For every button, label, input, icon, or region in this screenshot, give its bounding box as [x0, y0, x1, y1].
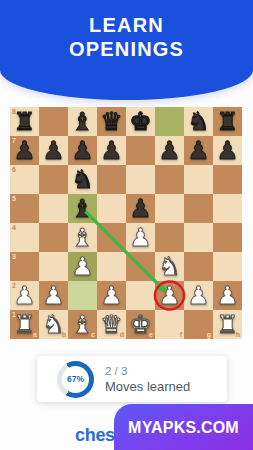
square-b2[interactable]: ♟	[39, 281, 68, 310]
square-a4[interactable]: 4	[10, 223, 39, 252]
square-c3[interactable]: ♟	[68, 252, 97, 281]
square-f4[interactable]	[155, 223, 184, 252]
piece-black-rook: ♜	[10, 107, 39, 136]
piece-black-pawn: ♟	[155, 136, 184, 165]
square-c6[interactable]: ♞	[68, 165, 97, 194]
square-h1[interactable]: h♜	[213, 310, 242, 339]
piece-black-queen: ♛	[97, 107, 126, 136]
piece-white-knight: ♞	[39, 310, 68, 339]
square-g1[interactable]: g	[184, 310, 213, 339]
piece-black-pawn: ♟	[39, 136, 68, 165]
square-d6[interactable]	[97, 165, 126, 194]
app-screenshot: LEARN OPENINGS 8♜♝♛♚♞♜7♟♟♟♟♟♟♟6♞5♝♟4♝♟3♟…	[0, 0, 253, 450]
square-g5[interactable]	[184, 194, 213, 223]
square-d4[interactable]	[97, 223, 126, 252]
piece-white-pawn: ♟	[10, 281, 39, 310]
piece-black-pawn: ♟	[126, 194, 155, 223]
piece-black-pawn: ♟	[68, 136, 97, 165]
square-h6[interactable]	[213, 165, 242, 194]
square-c4[interactable]: ♝	[68, 223, 97, 252]
square-h4[interactable]	[213, 223, 242, 252]
rank-label-7: 7	[12, 137, 16, 144]
square-h7[interactable]: ♟	[213, 136, 242, 165]
square-a8[interactable]: 8♜	[10, 107, 39, 136]
piece-white-rook: ♜	[213, 310, 242, 339]
square-h8[interactable]: ♜	[213, 107, 242, 136]
piece-white-pawn: ♟	[97, 281, 126, 310]
square-g2[interactable]: ♟	[184, 281, 213, 310]
learn-openings-banner: LEARN OPENINGS	[0, 0, 253, 100]
square-g3[interactable]	[184, 252, 213, 281]
progress-ring: 67%	[57, 361, 94, 398]
piece-black-pawn: ♟	[97, 136, 126, 165]
piece-black-king: ♚	[126, 107, 155, 136]
square-d7[interactable]: ♟	[97, 136, 126, 165]
watermark-badge: MYAPKS.COM	[114, 404, 253, 450]
square-f8[interactable]	[155, 107, 184, 136]
square-c8[interactable]: ♝	[68, 107, 97, 136]
square-e1[interactable]: e♚	[126, 310, 155, 339]
piece-black-pawn: ♟	[213, 136, 242, 165]
file-label-g: g	[207, 331, 211, 338]
square-c5[interactable]: ♝	[68, 194, 97, 223]
file-label-f: f	[180, 331, 182, 338]
piece-black-pawn: ♟	[184, 136, 213, 165]
square-f6[interactable]	[155, 165, 184, 194]
rank-label-8: 8	[12, 108, 16, 115]
square-h3[interactable]	[213, 252, 242, 281]
square-d2[interactable]: ♟	[97, 281, 126, 310]
square-h5[interactable]	[213, 194, 242, 223]
watermark-text: MYAPKS.COM	[128, 417, 239, 437]
piece-black-rook: ♜	[213, 107, 242, 136]
moves-fraction: 2 / 3	[105, 365, 190, 377]
rank-label-6: 6	[12, 166, 16, 173]
piece-white-pawn: ♟	[213, 281, 242, 310]
square-e7[interactable]	[126, 136, 155, 165]
rank-label-3: 3	[12, 253, 16, 260]
rank-label-2: 2	[12, 282, 16, 289]
square-f2[interactable]: ♟	[155, 281, 184, 310]
square-b4[interactable]	[39, 223, 68, 252]
piece-white-knight: ♞	[155, 252, 184, 281]
square-b7[interactable]: ♟	[39, 136, 68, 165]
file-label-e: e	[149, 331, 153, 338]
square-f5[interactable]	[155, 194, 184, 223]
square-b6[interactable]	[39, 165, 68, 194]
square-f7[interactable]: ♟	[155, 136, 184, 165]
banner-title-line1: LEARN	[0, 13, 253, 37]
square-b1[interactable]: b♞	[39, 310, 68, 339]
square-g6[interactable]	[184, 165, 213, 194]
piece-white-rook: ♜	[10, 310, 39, 339]
banner-title-line2: OPENINGS	[0, 37, 253, 61]
piece-white-king: ♚	[126, 310, 155, 339]
square-d1[interactable]: d♛	[97, 310, 126, 339]
square-a7[interactable]: 7♟	[10, 136, 39, 165]
square-f3[interactable]: ♞	[155, 252, 184, 281]
square-c1[interactable]: c♝	[68, 310, 97, 339]
piece-white-pawn: ♟	[126, 223, 155, 252]
file-label-h: h	[236, 331, 240, 338]
square-c7[interactable]: ♟	[68, 136, 97, 165]
square-e2[interactable]	[126, 281, 155, 310]
piece-white-pawn: ♟	[184, 281, 213, 310]
square-g8[interactable]: ♞	[184, 107, 213, 136]
square-d3[interactable]	[97, 252, 126, 281]
piece-white-queen: ♛	[97, 310, 126, 339]
square-a6[interactable]: 6	[10, 165, 39, 194]
piece-white-pawn: ♟	[39, 281, 68, 310]
square-e3[interactable]	[126, 252, 155, 281]
square-h2[interactable]: ♟	[213, 281, 242, 310]
progress-percent: 67%	[57, 361, 94, 398]
moves-learned-label: Moves learned	[105, 379, 190, 394]
square-d5[interactable]	[97, 194, 126, 223]
rank-label-1: 1	[12, 311, 16, 318]
file-label-c: c	[91, 331, 95, 338]
square-d8[interactable]: ♛	[97, 107, 126, 136]
file-label-b: b	[62, 331, 66, 338]
square-e6[interactable]	[126, 165, 155, 194]
square-b3[interactable]	[39, 252, 68, 281]
piece-black-knight: ♞	[184, 107, 213, 136]
chess-board[interactable]: 8♜♝♛♚♞♜7♟♟♟♟♟♟♟6♞5♝♟4♝♟3♟♞2♟♟♟♟♟♟1a♜b♞c♝…	[10, 107, 242, 339]
rank-label-5: 5	[12, 195, 16, 202]
square-a2[interactable]: 2♟	[10, 281, 39, 310]
square-b5[interactable]	[39, 194, 68, 223]
square-g7[interactable]: ♟	[184, 136, 213, 165]
square-e4[interactable]: ♟	[126, 223, 155, 252]
piece-black-pawn: ♟	[10, 136, 39, 165]
piece-black-knight: ♞	[68, 165, 97, 194]
square-a1[interactable]: 1a♜	[10, 310, 39, 339]
file-label-d: d	[120, 331, 124, 338]
square-g4[interactable]	[184, 223, 213, 252]
square-e8[interactable]: ♚	[126, 107, 155, 136]
piece-black-bishop: ♝	[68, 194, 97, 223]
piece-white-pawn: ♟	[155, 281, 184, 310]
rank-label-4: 4	[12, 224, 16, 231]
piece-white-pawn: ♟	[68, 252, 97, 281]
square-b8[interactable]	[39, 107, 68, 136]
piece-white-bishop: ♝	[68, 223, 97, 252]
piece-white-bishop: ♝	[68, 310, 97, 339]
file-label-a: a	[33, 331, 37, 338]
square-a3[interactable]: 3	[10, 252, 39, 281]
progress-card: 67% 2 / 3 Moves learned	[37, 356, 227, 402]
square-a5[interactable]: 5	[10, 194, 39, 223]
square-e5[interactable]: ♟	[126, 194, 155, 223]
piece-black-bishop: ♝	[68, 107, 97, 136]
square-c2[interactable]	[68, 281, 97, 310]
square-f1[interactable]: f	[155, 310, 184, 339]
